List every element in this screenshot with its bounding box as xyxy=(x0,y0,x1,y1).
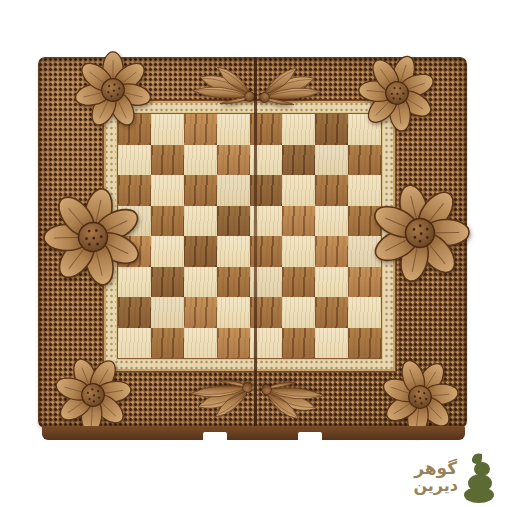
board-square-f6 xyxy=(282,175,315,206)
board-square-b8 xyxy=(151,114,184,145)
board-square-c8 xyxy=(184,114,217,145)
carved-leaf-cluster-icon xyxy=(188,60,254,112)
board-square-h7 xyxy=(348,145,381,176)
board-square-b4 xyxy=(151,236,184,267)
board-square-d4 xyxy=(217,236,250,267)
board-square-h1 xyxy=(348,328,381,359)
product-photo-stage: گوهر دیرین xyxy=(0,0,507,507)
board-square-c3 xyxy=(184,267,217,298)
board-square-h2 xyxy=(348,297,381,328)
carved-leaf-cluster-icon xyxy=(260,61,326,113)
board-square-f1 xyxy=(282,328,315,359)
board-square-a2 xyxy=(118,297,151,328)
brand-name-line1: گوهر xyxy=(413,460,458,477)
board-square-c4 xyxy=(184,236,217,267)
board-square-c2 xyxy=(184,297,217,328)
board-square-a1 xyxy=(118,328,151,359)
board-square-b1 xyxy=(151,328,184,359)
board-square-g1 xyxy=(315,328,348,359)
board-square-g6 xyxy=(315,175,348,206)
board-square-d7 xyxy=(217,145,250,176)
fold-seam xyxy=(254,57,257,428)
stacked-gourd-logo-icon xyxy=(462,450,498,504)
carved-flower-icon xyxy=(74,51,152,129)
board-square-f7 xyxy=(282,145,315,176)
board-square-d3 xyxy=(217,267,250,298)
board-square-b3 xyxy=(151,267,184,298)
board-square-f8 xyxy=(282,114,315,145)
board-square-a7 xyxy=(118,145,151,176)
chess-board-grid xyxy=(117,113,382,359)
board-square-b6 xyxy=(151,175,184,206)
carved-flower-icon xyxy=(381,358,459,436)
board-square-d2 xyxy=(217,297,250,328)
carved-leaf-cluster-icon xyxy=(186,372,252,424)
board-square-b5 xyxy=(151,206,184,237)
carved-flower-icon xyxy=(358,54,436,132)
board-square-f2 xyxy=(282,297,315,328)
hinge-notch xyxy=(203,432,227,441)
board-square-g4 xyxy=(315,236,348,267)
carved-flower-icon xyxy=(43,187,143,287)
carved-leaf-cluster-icon xyxy=(262,374,328,426)
brand-logo: گوهر دیرین xyxy=(394,449,498,505)
board-bottom-edge xyxy=(42,426,465,440)
hinge-notch xyxy=(298,432,322,441)
board-square-c1 xyxy=(184,328,217,359)
board-square-d8 xyxy=(217,114,250,145)
board-square-b7 xyxy=(151,145,184,176)
inlay-border-panel xyxy=(103,100,396,372)
board-square-g5 xyxy=(315,206,348,237)
board-square-c6 xyxy=(184,175,217,206)
board-square-f5 xyxy=(282,206,315,237)
board-square-g8 xyxy=(315,114,348,145)
carved-flower-icon xyxy=(54,356,132,434)
carved-flower-icon xyxy=(370,183,470,283)
brand-name-line2: دیرین xyxy=(413,478,458,494)
board-square-g2 xyxy=(315,297,348,328)
brand-name: گوهر دیرین xyxy=(413,460,458,494)
board-square-d1 xyxy=(217,328,250,359)
board-square-f3 xyxy=(282,267,315,298)
board-square-d6 xyxy=(217,175,250,206)
board-square-g7 xyxy=(315,145,348,176)
board-square-c7 xyxy=(184,145,217,176)
board-square-c5 xyxy=(184,206,217,237)
board-square-b2 xyxy=(151,297,184,328)
board-square-g3 xyxy=(315,267,348,298)
board-square-f4 xyxy=(282,236,315,267)
board-square-d5 xyxy=(217,206,250,237)
